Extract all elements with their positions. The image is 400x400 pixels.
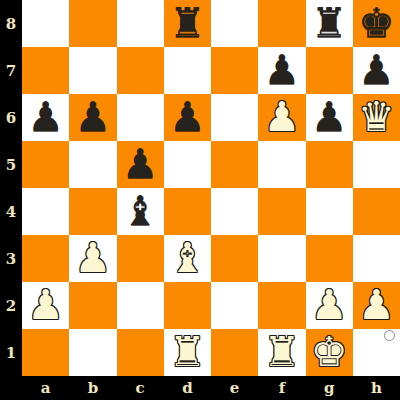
white-pawn-f6[interactable]: ♟	[263, 94, 300, 141]
rank-label-4: 4	[0, 188, 22, 235]
white-pawn-h2[interactable]: ♟	[358, 282, 395, 329]
black-pawn-a6[interactable]: ♟	[27, 94, 64, 141]
white-pawn-a2[interactable]: ♟	[27, 282, 64, 329]
square-c3[interactable]	[117, 235, 164, 282]
file-label-d: d	[164, 376, 211, 400]
square-b6[interactable]: ♟	[69, 94, 116, 141]
square-d1[interactable]: ♜	[164, 329, 211, 376]
square-f1[interactable]: ♜	[258, 329, 305, 376]
square-f2[interactable]	[258, 282, 305, 329]
rank-label-5: 5	[0, 141, 22, 188]
rank-label-7: 7	[0, 47, 22, 94]
square-e2[interactable]	[211, 282, 258, 329]
white-pawn-g2[interactable]: ♟	[311, 282, 348, 329]
square-e5[interactable]	[211, 141, 258, 188]
rank-label-6: 6	[0, 94, 22, 141]
square-a4[interactable]	[22, 188, 69, 235]
square-d4[interactable]	[164, 188, 211, 235]
square-c2[interactable]	[117, 282, 164, 329]
square-c1[interactable]	[117, 329, 164, 376]
white-pawn-b3[interactable]: ♟	[74, 235, 111, 282]
square-b7[interactable]	[69, 47, 116, 94]
square-a1[interactable]	[22, 329, 69, 376]
rank-label-8: 8	[0, 0, 22, 47]
rank-label-3: 3	[0, 235, 22, 282]
file-label-b: b	[69, 376, 116, 400]
square-d3[interactable]: ♝	[164, 235, 211, 282]
square-f6[interactable]: ♟	[258, 94, 305, 141]
square-b5[interactable]	[69, 141, 116, 188]
square-a6[interactable]: ♟	[22, 94, 69, 141]
black-pawn-c5[interactable]: ♟	[122, 141, 159, 188]
square-g6[interactable]: ♟	[306, 94, 353, 141]
square-a5[interactable]	[22, 141, 69, 188]
square-b1[interactable]	[69, 329, 116, 376]
square-d6[interactable]: ♟	[164, 94, 211, 141]
square-d8[interactable]: ♜	[164, 0, 211, 47]
white-queen-h6[interactable]: ♛	[358, 94, 395, 141]
square-f4[interactable]	[258, 188, 305, 235]
black-pawn-d6[interactable]: ♟	[169, 94, 206, 141]
rank-label-1: 1	[0, 329, 22, 376]
file-label-f: f	[258, 376, 305, 400]
square-g2[interactable]: ♟	[306, 282, 353, 329]
square-h7[interactable]: ♟	[353, 47, 400, 94]
black-king-h8[interactable]: ♚	[358, 0, 395, 47]
square-c5[interactable]: ♟	[117, 141, 164, 188]
file-label-a: a	[22, 376, 69, 400]
square-h6[interactable]: ♛	[353, 94, 400, 141]
square-g3[interactable]	[306, 235, 353, 282]
square-f7[interactable]: ♟	[258, 47, 305, 94]
square-g8[interactable]: ♜	[306, 0, 353, 47]
square-b3[interactable]: ♟	[69, 235, 116, 282]
chess-board: 8♜♜♚7♟♟6♟♟♟♟♟♛5♟4♝3♟♝2♟♟♟1♜♜♚abcdefgh	[0, 0, 400, 400]
square-e1[interactable]	[211, 329, 258, 376]
square-g4[interactable]	[306, 188, 353, 235]
file-label-c: c	[117, 376, 164, 400]
square-c4[interactable]: ♝	[117, 188, 164, 235]
square-e3[interactable]	[211, 235, 258, 282]
file-label-h: h	[353, 376, 400, 400]
square-c8[interactable]	[117, 0, 164, 47]
rank-label-2: 2	[0, 282, 22, 329]
square-h4[interactable]	[353, 188, 400, 235]
square-b2[interactable]	[69, 282, 116, 329]
square-a2[interactable]: ♟	[22, 282, 69, 329]
square-e7[interactable]	[211, 47, 258, 94]
file-label-g: g	[306, 376, 353, 400]
white-rook-f1[interactable]: ♜	[263, 329, 300, 376]
square-h5[interactable]	[353, 141, 400, 188]
square-h3[interactable]	[353, 235, 400, 282]
square-c6[interactable]	[117, 94, 164, 141]
white-king-g1[interactable]: ♚	[311, 329, 348, 376]
square-d5[interactable]	[164, 141, 211, 188]
square-g1[interactable]: ♚	[306, 329, 353, 376]
square-a3[interactable]	[22, 235, 69, 282]
file-label-e: e	[211, 376, 258, 400]
corner-spacer	[0, 376, 22, 400]
square-e6[interactable]	[211, 94, 258, 141]
square-g5[interactable]	[306, 141, 353, 188]
chess-puzzle-screenshot: 8♜♜♚7♟♟6♟♟♟♟♟♛5♟4♝3♟♝2♟♟♟1♜♜♚abcdefgh	[0, 0, 400, 400]
black-rook-d8[interactable]: ♜	[169, 0, 206, 47]
square-c7[interactable]	[117, 47, 164, 94]
square-d2[interactable]	[164, 282, 211, 329]
black-pawn-g6[interactable]: ♟	[311, 94, 348, 141]
square-e4[interactable]	[211, 188, 258, 235]
black-bishop-c4[interactable]: ♝	[122, 188, 159, 235]
square-e8[interactable]	[211, 0, 258, 47]
square-g7[interactable]	[306, 47, 353, 94]
white-bishop-d3[interactable]: ♝	[169, 235, 206, 282]
black-rook-g8[interactable]: ♜	[311, 0, 348, 47]
square-d7[interactable]	[164, 47, 211, 94]
black-pawn-f7[interactable]: ♟	[263, 47, 300, 94]
square-f3[interactable]	[258, 235, 305, 282]
square-a7[interactable]	[22, 47, 69, 94]
black-pawn-b6[interactable]: ♟	[74, 94, 111, 141]
square-f5[interactable]	[258, 141, 305, 188]
square-h2[interactable]: ♟	[353, 282, 400, 329]
square-b4[interactable]	[69, 188, 116, 235]
square-b8[interactable]	[69, 0, 116, 47]
square-a8[interactable]	[22, 0, 69, 47]
watermark-dot	[384, 330, 395, 341]
square-h8[interactable]: ♚	[353, 0, 400, 47]
black-pawn-h7[interactable]: ♟	[358, 47, 395, 94]
square-f8[interactable]	[258, 0, 305, 47]
white-rook-d1[interactable]: ♜	[169, 329, 206, 376]
